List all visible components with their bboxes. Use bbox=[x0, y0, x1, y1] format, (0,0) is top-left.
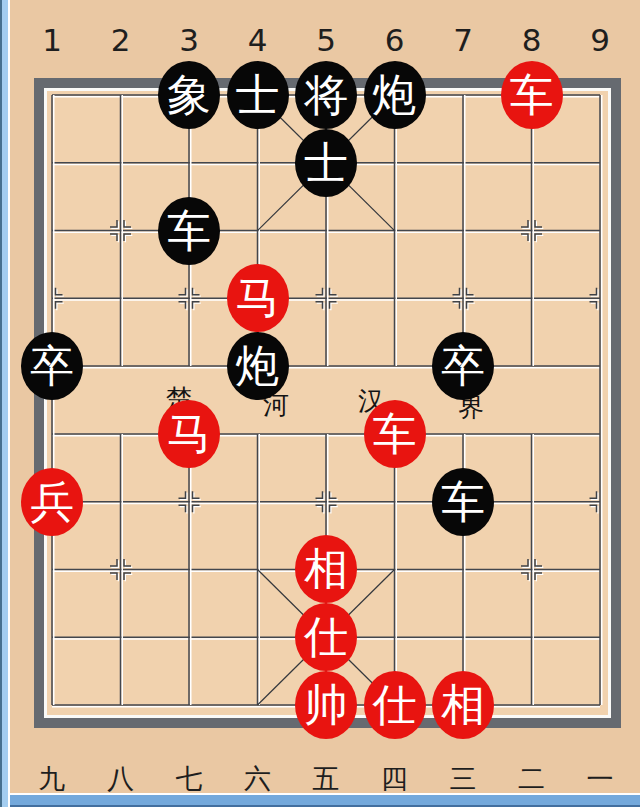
piece-black-卒[interactable]: 卒 bbox=[21, 332, 83, 400]
top-coordinate-2: 2 bbox=[103, 22, 139, 58]
top-coordinate-7: 7 bbox=[445, 22, 481, 58]
top-coordinate-5: 5 bbox=[308, 22, 344, 58]
top-coordinate-3: 3 bbox=[171, 22, 207, 58]
xiangqi-app-screen: 楚河汉界 123456789 九八七六五四三二一 象士将炮车士车马卒炮卒马车兵车… bbox=[0, 0, 640, 807]
bottom-coordinate-八: 八 bbox=[103, 761, 139, 797]
piece-red-帅[interactable]: 帅 bbox=[295, 671, 357, 739]
piece-black-象[interactable]: 象 bbox=[158, 61, 220, 129]
piece-red-马[interactable]: 马 bbox=[227, 264, 289, 332]
bottom-coordinate-三: 三 bbox=[445, 761, 481, 797]
bottom-coordinate-四: 四 bbox=[377, 761, 413, 797]
piece-black-将[interactable]: 将 bbox=[295, 61, 357, 129]
top-coordinate-6: 6 bbox=[377, 22, 413, 58]
bottom-coordinate-六: 六 bbox=[240, 761, 276, 797]
piece-red-仕[interactable]: 仕 bbox=[295, 603, 357, 671]
piece-black-士[interactable]: 士 bbox=[295, 129, 357, 197]
bottom-coordinate-一: 一 bbox=[582, 761, 618, 797]
piece-red-相[interactable]: 相 bbox=[295, 535, 357, 603]
piece-black-炮[interactable]: 炮 bbox=[227, 332, 289, 400]
piece-red-车[interactable]: 车 bbox=[364, 400, 426, 468]
top-coordinate-4: 4 bbox=[240, 22, 276, 58]
top-coordinate-8: 8 bbox=[514, 22, 550, 58]
piece-red-车[interactable]: 车 bbox=[501, 61, 563, 129]
piece-black-士[interactable]: 士 bbox=[227, 61, 289, 129]
top-coordinate-1: 1 bbox=[34, 22, 70, 58]
bottom-coordinate-九: 九 bbox=[34, 761, 70, 797]
piece-black-炮[interactable]: 炮 bbox=[364, 61, 426, 129]
piece-red-马[interactable]: 马 bbox=[158, 400, 220, 468]
bottom-coordinate-五: 五 bbox=[308, 761, 344, 797]
piece-black-卒[interactable]: 卒 bbox=[432, 332, 494, 400]
piece-black-车[interactable]: 车 bbox=[432, 468, 494, 536]
window-left-edge bbox=[0, 0, 10, 807]
bottom-coordinate-七: 七 bbox=[171, 761, 207, 797]
piece-red-仕[interactable]: 仕 bbox=[364, 671, 426, 739]
top-coordinate-9: 9 bbox=[582, 22, 618, 58]
bottom-coordinate-二: 二 bbox=[514, 761, 550, 797]
window-bottom-edge bbox=[0, 793, 640, 807]
piece-red-兵[interactable]: 兵 bbox=[21, 468, 83, 536]
piece-black-车[interactable]: 车 bbox=[158, 197, 220, 265]
piece-red-相[interactable]: 相 bbox=[432, 671, 494, 739]
